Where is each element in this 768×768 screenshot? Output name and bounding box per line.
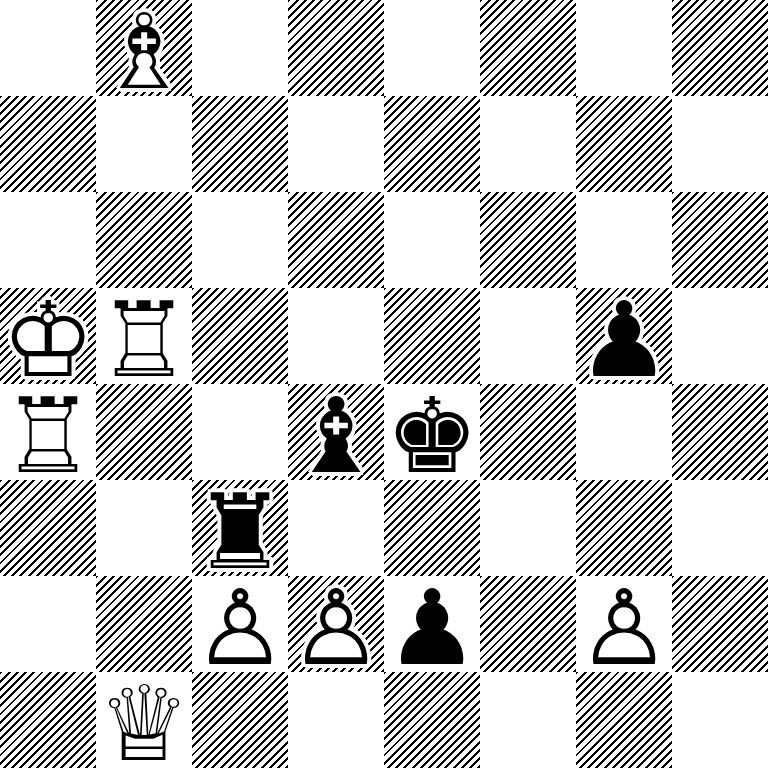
square-a3[interactable] — [0, 480, 96, 576]
square-f3[interactable] — [480, 480, 576, 576]
square-a8[interactable] — [0, 0, 96, 96]
white-pawn-glyph: ♙ — [577, 576, 670, 680]
square-h6[interactable] — [672, 192, 768, 288]
square-d6[interactable] — [288, 192, 384, 288]
white-king[interactable]: ♚♔ — [0, 288, 96, 384]
square-f2[interactable] — [480, 576, 576, 672]
square-c7[interactable] — [192, 96, 288, 192]
square-a5[interactable]: ♚♔ — [0, 288, 96, 384]
white-pawn-glyph: ♙ — [289, 576, 382, 680]
square-d1[interactable] — [288, 672, 384, 768]
square-a2[interactable] — [0, 576, 96, 672]
square-c5[interactable] — [192, 288, 288, 384]
black-rook[interactable]: ♜♜ — [192, 480, 288, 576]
black-bishop-glyph: ♝ — [289, 384, 382, 488]
square-e5[interactable] — [384, 288, 480, 384]
square-c1[interactable] — [192, 672, 288, 768]
square-c3[interactable]: ♜♜ — [192, 480, 288, 576]
square-f1[interactable] — [480, 672, 576, 768]
white-rook-glyph: ♖ — [97, 288, 190, 392]
square-e8[interactable] — [384, 0, 480, 96]
black-pawn[interactable]: ♟♟ — [384, 576, 480, 672]
white-queen-glyph: ♕ — [97, 672, 190, 768]
square-b4[interactable] — [96, 384, 192, 480]
square-a4[interactable]: ♜♖ — [0, 384, 96, 480]
square-a7[interactable] — [0, 96, 96, 192]
white-pawn[interactable]: ♟♙ — [576, 576, 672, 672]
square-d8[interactable] — [288, 0, 384, 96]
black-bishop[interactable]: ♝♝ — [288, 384, 384, 480]
square-c4[interactable] — [192, 384, 288, 480]
square-h2[interactable] — [672, 576, 768, 672]
square-g8[interactable] — [576, 0, 672, 96]
white-rook-glyph: ♖ — [1, 384, 94, 488]
square-b2[interactable] — [96, 576, 192, 672]
black-pawn-glyph: ♟ — [577, 288, 670, 392]
square-b8[interactable]: ♝♗ — [96, 0, 192, 96]
square-h8[interactable] — [672, 0, 768, 96]
square-d4[interactable]: ♝♝ — [288, 384, 384, 480]
square-b5[interactable]: ♜♖ — [96, 288, 192, 384]
square-b3[interactable] — [96, 480, 192, 576]
square-g4[interactable] — [576, 384, 672, 480]
square-e1[interactable] — [384, 672, 480, 768]
square-g1[interactable] — [576, 672, 672, 768]
square-h7[interactable] — [672, 96, 768, 192]
square-c8[interactable] — [192, 0, 288, 96]
square-g7[interactable] — [576, 96, 672, 192]
white-rook[interactable]: ♜♖ — [0, 384, 96, 480]
black-king[interactable]: ♚♚ — [384, 384, 480, 480]
square-e2[interactable]: ♟♟ — [384, 576, 480, 672]
white-bishop[interactable]: ♝♗ — [96, 0, 192, 96]
chess-board: ♝♗♚♔♜♖♟♟♜♖♝♝♚♚♜♜♟♙♟♙♟♟♟♙♛♕ — [0, 0, 768, 768]
square-b1[interactable]: ♛♕ — [96, 672, 192, 768]
square-e7[interactable] — [384, 96, 480, 192]
square-a1[interactable] — [0, 672, 96, 768]
square-b7[interactable] — [96, 96, 192, 192]
square-e4[interactable]: ♚♚ — [384, 384, 480, 480]
square-c2[interactable]: ♟♙ — [192, 576, 288, 672]
white-pawn[interactable]: ♟♙ — [288, 576, 384, 672]
white-pawn-glyph: ♙ — [193, 576, 286, 680]
square-f4[interactable] — [480, 384, 576, 480]
square-d7[interactable] — [288, 96, 384, 192]
square-f5[interactable] — [480, 288, 576, 384]
white-queen[interactable]: ♛♕ — [96, 672, 192, 768]
square-h5[interactable] — [672, 288, 768, 384]
square-h4[interactable] — [672, 384, 768, 480]
square-d2[interactable]: ♟♙ — [288, 576, 384, 672]
square-b6[interactable] — [96, 192, 192, 288]
square-c6[interactable] — [192, 192, 288, 288]
black-pawn-glyph: ♟ — [385, 576, 478, 680]
square-e3[interactable] — [384, 480, 480, 576]
square-h3[interactable] — [672, 480, 768, 576]
square-f7[interactable] — [480, 96, 576, 192]
square-a6[interactable] — [0, 192, 96, 288]
white-bishop-glyph: ♗ — [97, 0, 190, 104]
white-pawn[interactable]: ♟♙ — [192, 576, 288, 672]
square-f6[interactable] — [480, 192, 576, 288]
square-d3[interactable] — [288, 480, 384, 576]
square-f8[interactable] — [480, 0, 576, 96]
square-g3[interactable] — [576, 480, 672, 576]
square-h1[interactable] — [672, 672, 768, 768]
square-g2[interactable]: ♟♙ — [576, 576, 672, 672]
black-king-glyph: ♚ — [385, 384, 478, 488]
square-g5[interactable]: ♟♟ — [576, 288, 672, 384]
square-e6[interactable] — [384, 192, 480, 288]
white-rook[interactable]: ♜♖ — [96, 288, 192, 384]
square-g6[interactable] — [576, 192, 672, 288]
square-d5[interactable] — [288, 288, 384, 384]
black-pawn[interactable]: ♟♟ — [576, 288, 672, 384]
